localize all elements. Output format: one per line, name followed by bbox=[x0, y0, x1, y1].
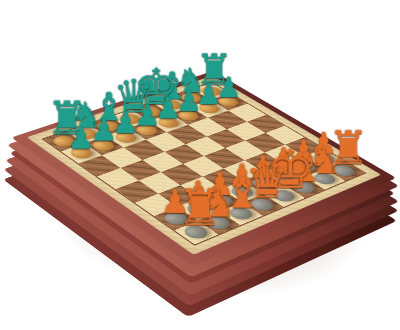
square-d6[interactable] bbox=[146, 132, 186, 151]
piece-orange-rook[interactable]: ♜ bbox=[177, 182, 214, 232]
square-a1[interactable]: ♜ bbox=[174, 221, 218, 245]
product-photo-stage: ♜♞♝♛♚♝♞♜♟♟♟♟♟♟♟♟♟♟♟♟♟♟♟♟♜♞♝♛♚♝♞♜ bbox=[0, 0, 400, 330]
piece-teal-pawn[interactable]: ♟ bbox=[64, 123, 98, 153]
chess-set: ♜♞♝♛♚♝♞♜♟♟♟♟♟♟♟♟♟♟♟♟♟♟♟♟♜♞♝♛♚♝♞♜ bbox=[27, 76, 381, 255]
square-a7[interactable]: ♟ bbox=[61, 143, 102, 163]
